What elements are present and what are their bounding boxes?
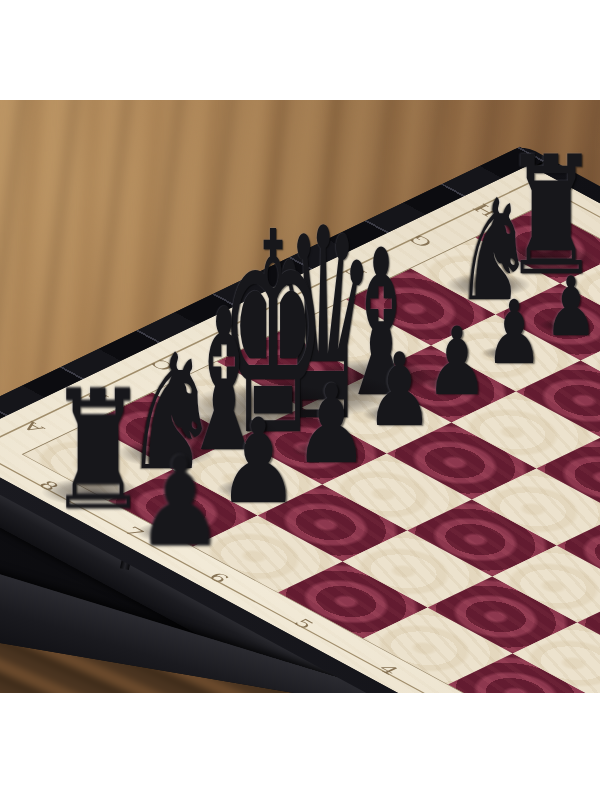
letterbox-bottom — [0, 693, 600, 800]
photo-stage: 87654321ABCDEFGH ♜♞♝♚♛♝♞♜♟♟♟♟♟♟♟ — [0, 0, 600, 800]
letterbox-top — [0, 0, 600, 100]
black-pawn-g7: ♟ — [541, 266, 600, 348]
black-pawn-a7: ♟ — [130, 440, 229, 564]
photo-area: 87654321ABCDEFGH ♜♞♝♚♛♝♞♜♟♟♟♟♟♟♟ — [0, 100, 600, 693]
